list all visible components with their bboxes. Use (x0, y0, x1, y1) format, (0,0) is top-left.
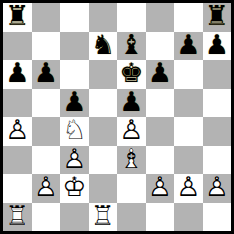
square-f2[interactable]: ♟♙ (146, 174, 175, 203)
square-f3[interactable] (146, 146, 175, 175)
square-g3[interactable] (174, 146, 203, 175)
white-bishop-e3[interactable]: ♝♗ (117, 146, 146, 175)
square-h6[interactable] (203, 60, 232, 89)
piece-outline-glyph: ♙ (34, 174, 58, 201)
black-pawn-c5[interactable]: ♟ (60, 89, 89, 118)
square-d8[interactable] (89, 3, 118, 32)
square-b6[interactable]: ♟ (32, 60, 61, 89)
piece-glyph: ♞ (91, 31, 115, 58)
square-c5[interactable]: ♟ (60, 89, 89, 118)
piece-outline-glyph: ♙ (119, 117, 143, 144)
square-e3[interactable]: ♝♗ (117, 146, 146, 175)
square-g2[interactable]: ♟♙ (174, 174, 203, 203)
black-rook-h8[interactable]: ♜ (203, 3, 232, 32)
white-pawn-c3[interactable]: ♟♙ (60, 146, 89, 175)
square-f8[interactable] (146, 3, 175, 32)
square-e1[interactable] (117, 203, 146, 232)
white-pawn-g2[interactable]: ♟♙ (174, 174, 203, 203)
chess-board: ♜♜♞♝♟♟♟♟♚♟♟♟♟♙♞♘♟♙♟♙♝♗♟♙♚♔♟♙♟♙♟♙♜♖♜♖ (3, 3, 231, 231)
square-c2[interactable]: ♚♔ (60, 174, 89, 203)
black-knight-d7[interactable]: ♞ (89, 32, 118, 61)
square-h2[interactable]: ♟♙ (203, 174, 232, 203)
square-a8[interactable]: ♜ (3, 3, 32, 32)
black-pawn-a6[interactable]: ♟ (3, 60, 32, 89)
white-pawn-f2[interactable]: ♟♙ (146, 174, 175, 203)
square-h3[interactable] (203, 146, 232, 175)
square-f6[interactable]: ♟ (146, 60, 175, 89)
piece-outline-glyph: ♖ (91, 202, 115, 229)
piece-outline-glyph: ♙ (205, 174, 229, 201)
square-b1[interactable] (32, 203, 61, 232)
square-c8[interactable] (60, 3, 89, 32)
piece-glyph: ♚ (119, 60, 143, 87)
piece-outline-glyph: ♖ (5, 202, 29, 229)
piece-outline-glyph: ♔ (62, 174, 86, 201)
square-a1[interactable]: ♜♖ (3, 203, 32, 232)
black-pawn-h7[interactable]: ♟ (203, 32, 232, 61)
piece-glyph: ♟ (176, 31, 200, 58)
square-d2[interactable] (89, 174, 118, 203)
black-rook-a8[interactable]: ♜ (3, 3, 32, 32)
square-g1[interactable] (174, 203, 203, 232)
square-h1[interactable] (203, 203, 232, 232)
square-b4[interactable] (32, 117, 61, 146)
piece-glyph: ♜ (205, 3, 229, 30)
square-c1[interactable] (60, 203, 89, 232)
white-knight-c4[interactable]: ♞♘ (60, 117, 89, 146)
square-d7[interactable]: ♞ (89, 32, 118, 61)
black-pawn-f6[interactable]: ♟ (146, 60, 175, 89)
square-a5[interactable] (3, 89, 32, 118)
piece-glyph: ♟ (119, 88, 143, 115)
square-g8[interactable] (174, 3, 203, 32)
piece-outline-glyph: ♘ (62, 117, 86, 144)
chess-board-frame: ♜♜♞♝♟♟♟♟♚♟♟♟♟♙♞♘♟♙♟♙♝♗♟♙♚♔♟♙♟♙♟♙♜♖♜♖ (0, 0, 234, 234)
black-pawn-e5[interactable]: ♟ (117, 89, 146, 118)
piece-glyph: ♟ (205, 31, 229, 58)
piece-glyph: ♟ (148, 60, 172, 87)
square-b8[interactable] (32, 3, 61, 32)
square-a6[interactable]: ♟ (3, 60, 32, 89)
square-c7[interactable] (60, 32, 89, 61)
square-f7[interactable] (146, 32, 175, 61)
black-pawn-g7[interactable]: ♟ (174, 32, 203, 61)
square-g6[interactable] (174, 60, 203, 89)
square-a2[interactable] (3, 174, 32, 203)
square-b5[interactable] (32, 89, 61, 118)
square-f5[interactable] (146, 89, 175, 118)
piece-glyph: ♝ (119, 31, 143, 58)
piece-outline-glyph: ♗ (119, 145, 143, 172)
piece-outline-glyph: ♙ (62, 145, 86, 172)
piece-outline-glyph: ♙ (5, 117, 29, 144)
square-e2[interactable] (117, 174, 146, 203)
square-c6[interactable] (60, 60, 89, 89)
square-a3[interactable] (3, 146, 32, 175)
black-pawn-b6[interactable]: ♟ (32, 60, 61, 89)
square-d1[interactable]: ♜♖ (89, 203, 118, 232)
white-king-c2[interactable]: ♚♔ (60, 174, 89, 203)
square-d6[interactable] (89, 60, 118, 89)
white-rook-d1[interactable]: ♜♖ (89, 203, 118, 232)
square-a7[interactable] (3, 32, 32, 61)
square-h4[interactable] (203, 117, 232, 146)
square-e7[interactable]: ♝ (117, 32, 146, 61)
white-rook-a1[interactable]: ♜♖ (3, 203, 32, 232)
square-b3[interactable] (32, 146, 61, 175)
square-h7[interactable]: ♟ (203, 32, 232, 61)
white-pawn-a4[interactable]: ♟♙ (3, 117, 32, 146)
square-e5[interactable]: ♟ (117, 89, 146, 118)
square-g4[interactable] (174, 117, 203, 146)
square-g7[interactable]: ♟ (174, 32, 203, 61)
square-h8[interactable]: ♜ (203, 3, 232, 32)
square-c3[interactable]: ♟♙ (60, 146, 89, 175)
white-pawn-b2[interactable]: ♟♙ (32, 174, 61, 203)
piece-glyph: ♜ (5, 3, 29, 30)
square-d3[interactable] (89, 146, 118, 175)
white-pawn-h2[interactable]: ♟♙ (203, 174, 232, 203)
square-e6[interactable]: ♚ (117, 60, 146, 89)
square-c4[interactable]: ♞♘ (60, 117, 89, 146)
square-e4[interactable]: ♟♙ (117, 117, 146, 146)
square-e8[interactable] (117, 3, 146, 32)
square-f1[interactable] (146, 203, 175, 232)
square-d5[interactable] (89, 89, 118, 118)
piece-glyph: ♟ (34, 60, 58, 87)
piece-outline-glyph: ♙ (148, 174, 172, 201)
square-f4[interactable] (146, 117, 175, 146)
square-a4[interactable]: ♟♙ (3, 117, 32, 146)
white-pawn-e4[interactable]: ♟♙ (117, 117, 146, 146)
piece-glyph: ♟ (62, 88, 86, 115)
black-bishop-e7[interactable]: ♝ (117, 32, 146, 61)
square-b7[interactable] (32, 32, 61, 61)
piece-glyph: ♟ (5, 60, 29, 87)
square-b2[interactable]: ♟♙ (32, 174, 61, 203)
square-h5[interactable] (203, 89, 232, 118)
square-g5[interactable] (174, 89, 203, 118)
square-d4[interactable] (89, 117, 118, 146)
black-king-e6[interactable]: ♚ (117, 60, 146, 89)
piece-outline-glyph: ♙ (176, 174, 200, 201)
